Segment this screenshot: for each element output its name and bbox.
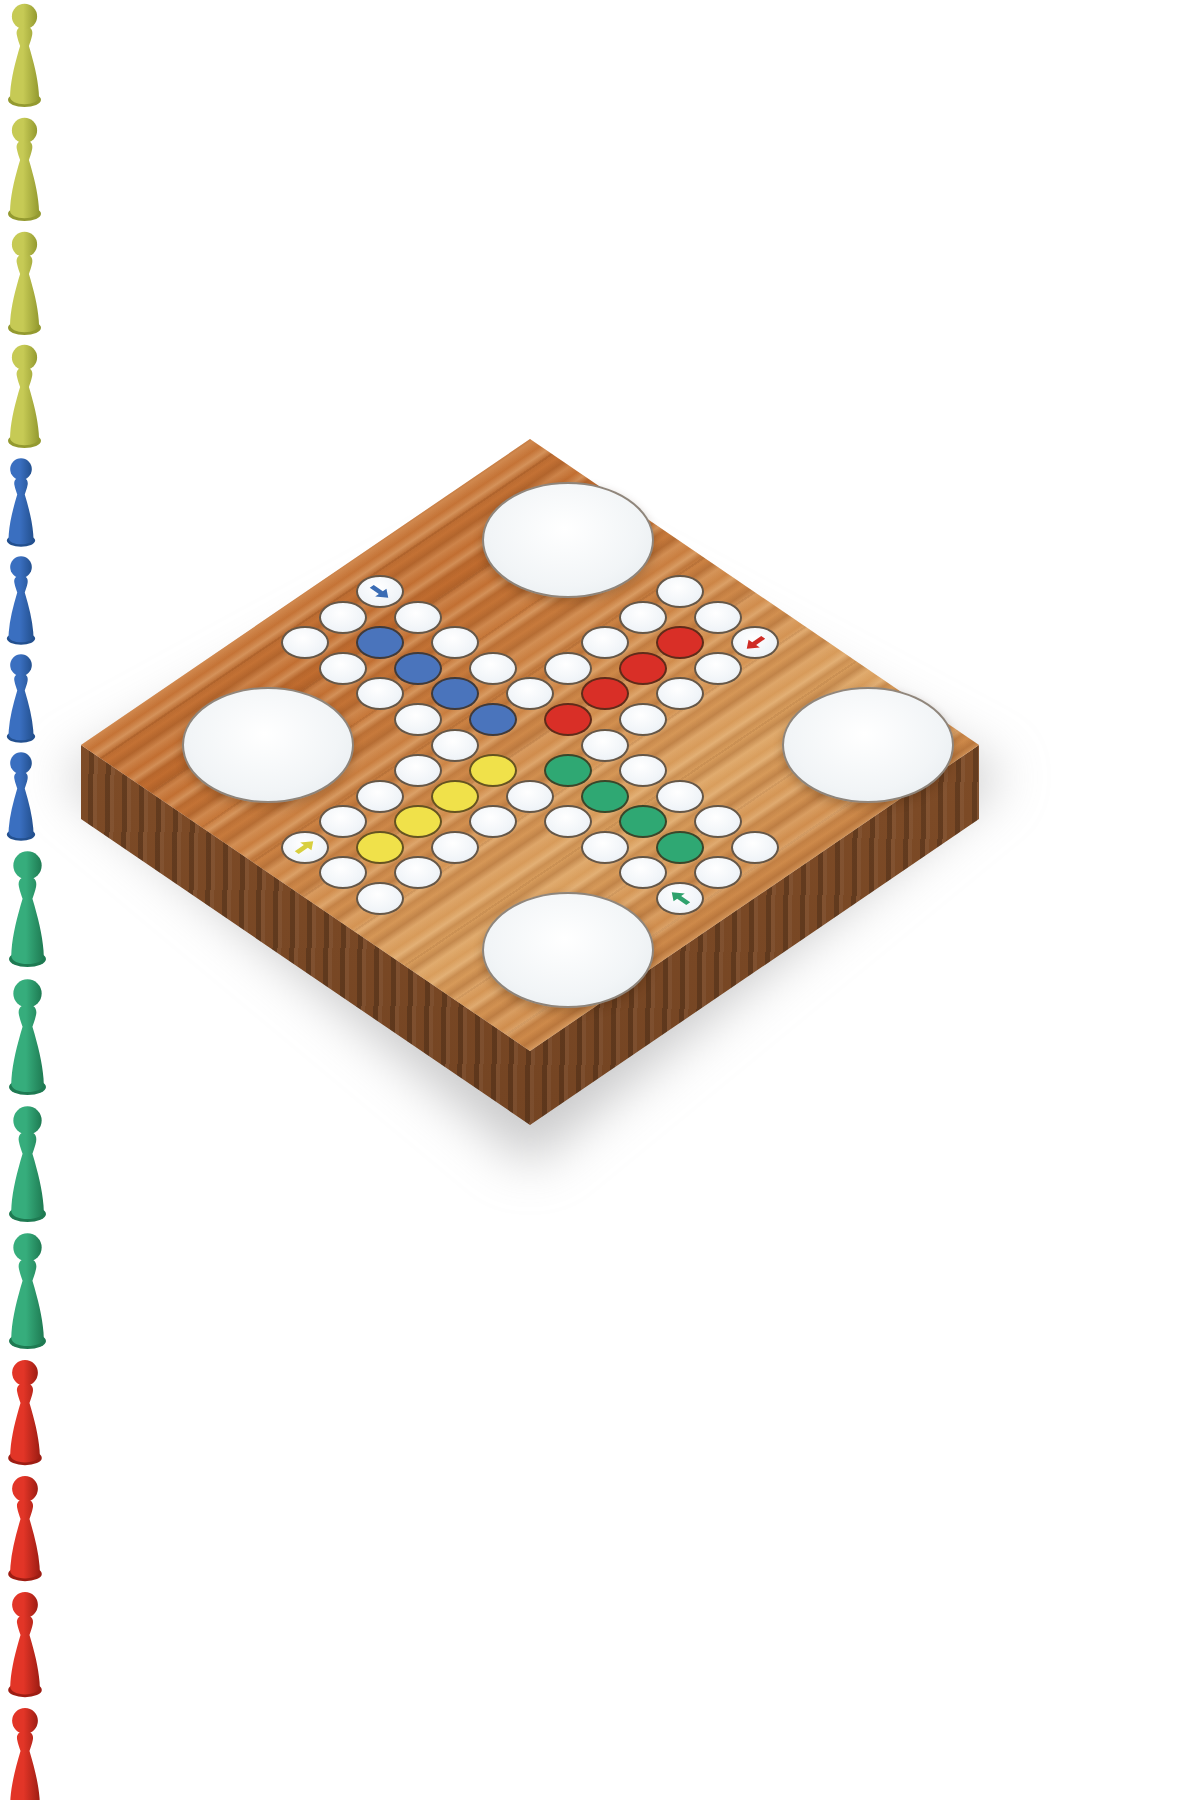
track-spot[interactable] — [656, 575, 704, 608]
track-spot[interactable] — [581, 831, 629, 864]
track-spot[interactable] — [731, 831, 779, 864]
start-spot-yellow[interactable] — [281, 831, 329, 864]
track-spot[interactable] — [694, 601, 742, 634]
finish-spot-yellow[interactable] — [431, 780, 479, 813]
track-spot[interactable] — [319, 652, 367, 685]
product-photo-scene — [0, 0, 1200, 1800]
finish-spot-green[interactable] — [581, 780, 629, 813]
pawn-hole — [552, 976, 583, 997]
track-spot[interactable] — [656, 780, 704, 813]
track-spot[interactable] — [506, 780, 554, 813]
finish-spot-yellow[interactable] — [394, 805, 442, 838]
track-spot[interactable] — [694, 805, 742, 838]
pawn-yellow[interactable] — [0, 228, 1200, 342]
finish-spot-yellow[interactable] — [356, 831, 404, 864]
pawn-red[interactable] — [0, 1472, 1200, 1588]
pawn-red[interactable] — [0, 1356, 1200, 1472]
track-spot[interactable] — [431, 626, 479, 659]
track-spot[interactable] — [319, 601, 367, 634]
pawn-hole — [306, 735, 337, 756]
track-spot[interactable] — [281, 626, 329, 659]
finish-spot-blue[interactable] — [356, 626, 404, 659]
track-spot[interactable] — [694, 652, 742, 685]
pawn-red[interactable] — [0, 1704, 1200, 1800]
finish-spot-green[interactable] — [656, 831, 704, 864]
track-spot[interactable] — [581, 729, 629, 762]
pawn-yellow[interactable] — [0, 114, 1200, 228]
track-spot[interactable] — [469, 652, 517, 685]
pawn-hole — [552, 567, 583, 588]
finish-spot-red[interactable] — [544, 703, 592, 736]
track-spot[interactable] — [431, 831, 479, 864]
pawn-hole — [252, 698, 283, 719]
pawn-hole — [498, 939, 529, 960]
track-spot[interactable] — [319, 805, 367, 838]
track-spot[interactable] — [319, 856, 367, 889]
pawn-yellow[interactable] — [0, 341, 1200, 455]
track-spot[interactable] — [431, 729, 479, 762]
track-spot[interactable] — [694, 856, 742, 889]
pawn-hole — [198, 735, 229, 756]
red-start-arrow-icon — [735, 629, 775, 656]
finish-spot-red[interactable] — [619, 652, 667, 685]
track-spot[interactable] — [544, 652, 592, 685]
pawn-hole — [852, 772, 883, 793]
pawn-hole — [606, 530, 637, 551]
green-start-arrow-icon — [660, 885, 700, 912]
track-spot[interactable] — [619, 856, 667, 889]
track-spot[interactable] — [394, 703, 442, 736]
track-spot[interactable] — [619, 754, 667, 787]
track-spot[interactable] — [356, 780, 404, 813]
finish-spot-green[interactable] — [544, 754, 592, 787]
pawn-green[interactable] — [0, 1102, 1200, 1229]
pawn-green[interactable] — [0, 1229, 1200, 1356]
track-spot[interactable] — [581, 626, 629, 659]
start-spot-blue[interactable] — [356, 575, 404, 608]
track-spot[interactable] — [469, 805, 517, 838]
start-spot-red[interactable] — [731, 626, 779, 659]
pawn-hole — [252, 772, 283, 793]
finish-spot-green[interactable] — [619, 805, 667, 838]
finish-spot-yellow[interactable] — [469, 754, 517, 787]
pawn-hole — [552, 902, 583, 923]
track-spot[interactable] — [394, 754, 442, 787]
track-spot[interactable] — [544, 805, 592, 838]
pawn-hole — [606, 939, 637, 960]
pawn-hole — [552, 493, 583, 514]
track-spot[interactable] — [394, 856, 442, 889]
pieces-layer — [0, 0, 1200, 1800]
start-spot-green[interactable] — [656, 882, 704, 915]
pawn-hole — [906, 735, 937, 756]
blue-start-arrow-icon — [360, 578, 400, 605]
finish-spot-blue[interactable] — [469, 703, 517, 736]
finish-spot-blue[interactable] — [394, 652, 442, 685]
track-spot[interactable] — [619, 601, 667, 634]
finish-spot-red[interactable] — [656, 626, 704, 659]
pawn-red[interactable] — [0, 1588, 1200, 1704]
track-spot[interactable] — [394, 601, 442, 634]
pawn-hole — [498, 530, 529, 551]
yellow-start-arrow-icon — [285, 834, 325, 861]
track-spot[interactable] — [356, 882, 404, 915]
pawn-hole — [852, 698, 883, 719]
pawn-yellow[interactable] — [0, 0, 1200, 114]
pawn-hole — [798, 735, 829, 756]
track-spot[interactable] — [619, 703, 667, 736]
